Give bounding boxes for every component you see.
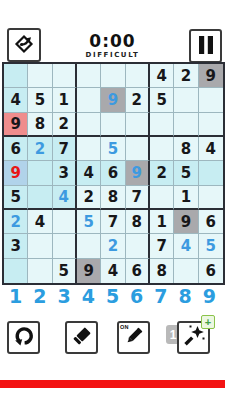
cell-r2c6[interactable]: 2 <box>126 88 150 112</box>
pad-digit-2[interactable]: 2 <box>33 286 46 306</box>
cell-r2c9[interactable] <box>199 88 223 112</box>
cell-r4c8[interactable]: 8 <box>174 137 198 161</box>
cell-r4c3[interactable]: 7 <box>53 137 77 161</box>
cell-r7c2[interactable]: 4 <box>28 210 52 234</box>
pad-digit-1[interactable]: 1 <box>9 286 22 306</box>
cell-r4c4[interactable] <box>77 137 101 161</box>
pad-digit-4[interactable]: 4 <box>82 286 95 306</box>
cell-r5c7[interactable]: 2 <box>150 161 174 185</box>
cell-r9c5[interactable]: 4 <box>101 259 125 283</box>
cell-r4c6[interactable] <box>126 137 150 161</box>
cell-r3c4[interactable] <box>77 113 101 137</box>
cell-r2c3[interactable]: 1 <box>53 88 77 112</box>
cell-r7c3[interactable] <box>53 210 77 234</box>
cell-r9c2[interactable] <box>28 259 52 283</box>
cell-r6c9[interactable] <box>199 186 223 210</box>
cell-r3c9[interactable] <box>199 113 223 137</box>
hint-add-badge[interactable]: + <box>201 315 215 329</box>
cell-r6c5[interactable]: 8 <box>101 186 125 210</box>
cell-r7c7[interactable]: 1 <box>150 210 174 234</box>
cell-r9c8[interactable] <box>174 259 198 283</box>
cell-r2c1[interactable]: 4 <box>4 88 28 112</box>
cell-r1c3[interactable] <box>53 64 77 88</box>
cell-r5c9[interactable] <box>199 161 223 185</box>
pad-digit-8[interactable]: 8 <box>179 286 192 306</box>
sudoku-grid: 4294519259826275849346925542871245781963… <box>2 62 225 285</box>
pad-digit-7[interactable]: 7 <box>154 286 167 306</box>
cell-r2c8[interactable] <box>174 88 198 112</box>
cell-r6c6[interactable]: 7 <box>126 186 150 210</box>
cell-r7c8[interactable]: 9 <box>174 210 198 234</box>
cell-r2c2[interactable]: 5 <box>28 88 52 112</box>
cell-r5c3[interactable]: 3 <box>53 161 77 185</box>
pad-digit-3[interactable]: 3 <box>57 286 70 306</box>
cell-r5c4[interactable]: 4 <box>77 161 101 185</box>
cell-r1c7[interactable]: 4 <box>150 64 174 88</box>
cell-r3c7[interactable] <box>150 113 174 137</box>
pencil-on-badge: ON <box>120 324 129 330</box>
cell-r2c5[interactable]: 9 <box>101 88 125 112</box>
cell-r8c8[interactable]: 4 <box>174 234 198 258</box>
pause-icon <box>195 33 217 60</box>
cell-r3c3[interactable]: 2 <box>53 113 77 137</box>
cell-r9c6[interactable]: 6 <box>126 259 150 283</box>
cell-r4c7[interactable] <box>150 137 174 161</box>
cell-r2c4[interactable] <box>77 88 101 112</box>
cell-r7c9[interactable]: 6 <box>199 210 223 234</box>
cell-r5c8[interactable]: 5 <box>174 161 198 185</box>
cell-r6c8[interactable]: 1 <box>174 186 198 210</box>
number-pad: 123456789 <box>0 286 225 306</box>
cell-r7c5[interactable]: 7 <box>101 210 125 234</box>
cell-r6c3[interactable]: 4 <box>53 186 77 210</box>
cell-r8c5[interactable]: 2 <box>101 234 125 258</box>
undo-circular-arrow-icon <box>12 324 36 351</box>
cell-r9c4[interactable]: 9 <box>77 259 101 283</box>
cell-r8c4[interactable] <box>77 234 101 258</box>
cell-r1c9[interactable]: 9 <box>199 64 223 88</box>
cell-r8c2[interactable] <box>28 234 52 258</box>
cell-r1c5[interactable] <box>101 64 125 88</box>
pad-digit-5[interactable]: 5 <box>106 286 119 306</box>
cell-r3c2[interactable]: 8 <box>28 113 52 137</box>
cell-r1c6[interactable] <box>126 64 150 88</box>
cell-r7c6[interactable]: 8 <box>126 210 150 234</box>
undo-button[interactable] <box>7 321 40 354</box>
cell-r2c7[interactable]: 5 <box>150 88 174 112</box>
cell-r4c5[interactable]: 5 <box>101 137 125 161</box>
cell-r9c1[interactable] <box>4 259 28 283</box>
cell-r1c4[interactable] <box>77 64 101 88</box>
cell-r5c1[interactable]: 9 <box>4 161 28 185</box>
cell-r5c6[interactable]: 9 <box>126 161 150 185</box>
eraser-icon <box>70 324 94 351</box>
cell-r3c1[interactable]: 9 <box>4 113 28 137</box>
cell-r5c5[interactable]: 6 <box>101 161 125 185</box>
cell-r6c7[interactable] <box>150 186 174 210</box>
cell-r8c7[interactable]: 7 <box>150 234 174 258</box>
cell-r8c9[interactable]: 5 <box>199 234 223 258</box>
cell-r8c3[interactable] <box>53 234 77 258</box>
hint-count-badge: 1 <box>166 325 180 344</box>
cell-r4c1[interactable]: 6 <box>4 137 28 161</box>
pad-digit-6[interactable]: 6 <box>130 286 143 306</box>
hint-wand-button[interactable]: 1 + <box>177 321 210 354</box>
pad-digit-9[interactable]: 9 <box>203 286 216 306</box>
cell-r1c2[interactable] <box>28 64 52 88</box>
cell-r1c1[interactable] <box>4 64 28 88</box>
cell-r6c4[interactable]: 2 <box>77 186 101 210</box>
cell-r4c2[interactable]: 2 <box>28 137 52 161</box>
ad-banner-bar <box>0 380 225 388</box>
pause-button[interactable] <box>189 29 222 63</box>
cell-r4c9[interactable]: 4 <box>199 137 223 161</box>
cell-r7c4[interactable]: 5 <box>77 210 101 234</box>
cell-r3c5[interactable] <box>101 113 125 137</box>
cell-r1c8[interactable]: 2 <box>174 64 198 88</box>
cell-r8c1[interactable]: 3 <box>4 234 28 258</box>
pencil-mode-button[interactable]: ON <box>117 321 150 354</box>
cell-r6c1[interactable]: 5 <box>4 186 28 210</box>
eraser-button[interactable] <box>65 321 98 354</box>
cell-r6c2[interactable] <box>28 186 52 210</box>
cell-r3c8[interactable] <box>174 113 198 137</box>
cell-r9c9[interactable]: 6 <box>199 259 223 283</box>
cell-r7c1[interactable]: 2 <box>4 210 28 234</box>
cell-r8c6[interactable] <box>126 234 150 258</box>
cell-r3c6[interactable] <box>126 113 150 137</box>
cell-r5c2[interactable] <box>28 161 52 185</box>
cell-r9c3[interactable]: 5 <box>53 259 77 283</box>
cell-r9c7[interactable]: 8 <box>150 259 174 283</box>
